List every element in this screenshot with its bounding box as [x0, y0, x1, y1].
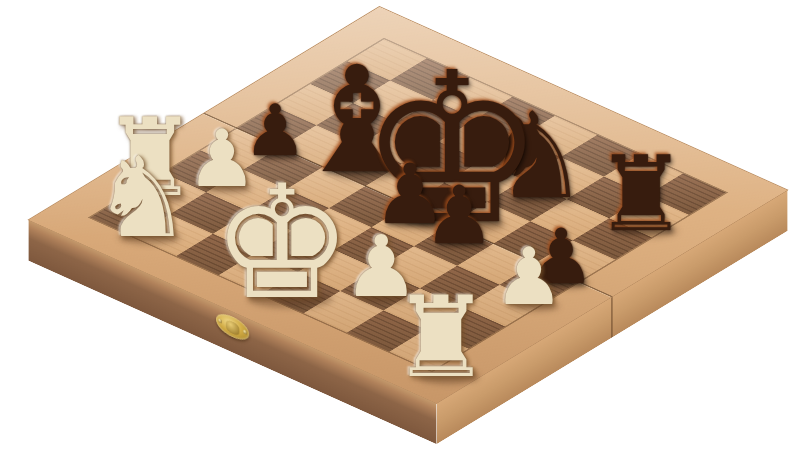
white-pawn-h3[interactable]: ♟: [494, 238, 565, 317]
black-rook-icon: ♜: [594, 142, 687, 246]
white-rook-h1[interactable]: ♜: [391, 281, 491, 393]
black-rook-h6[interactable]: ♜: [594, 142, 687, 246]
black-pawn-icon: ♟: [423, 176, 495, 256]
white-king-e1[interactable]: ♚: [212, 164, 353, 321]
chess-product-photo: ♟♝♟♜♞♚♟♜♞♟♟♟♚♟♜: [0, 0, 800, 470]
white-pawn-icon: ♟: [494, 238, 565, 317]
white-king-icon: ♚: [212, 164, 353, 321]
black-pawn-f4[interactable]: ♟: [423, 176, 495, 256]
white-rook-icon: ♜: [391, 281, 491, 393]
white-knight-b1[interactable]: ♞: [92, 142, 192, 253]
white-knight-icon: ♞: [92, 142, 192, 253]
fold-seam-side: [611, 296, 612, 338]
